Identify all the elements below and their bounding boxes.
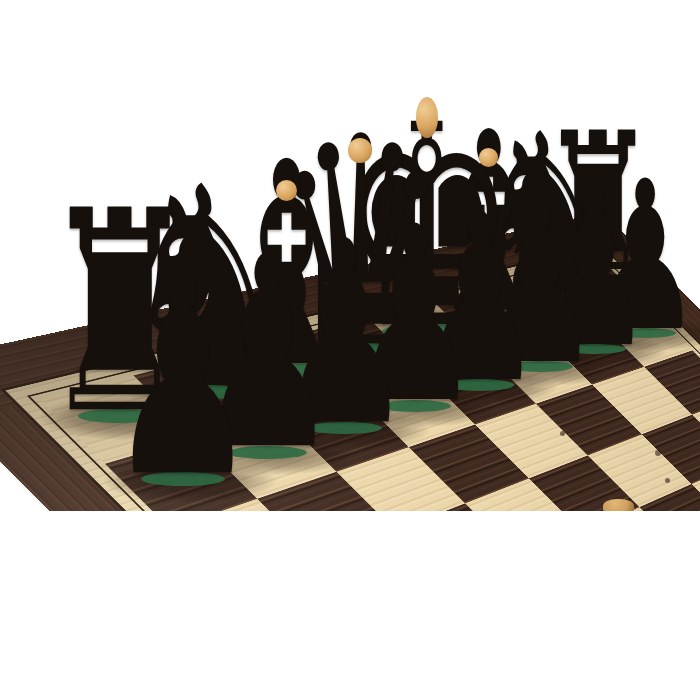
wood-knot xyxy=(655,450,661,456)
wood-knot xyxy=(665,478,670,483)
piece-glyph: ♟ xyxy=(100,238,266,515)
photo-bottom-crop xyxy=(0,511,700,700)
piece-black-pawn-a7: ♟ xyxy=(44,238,321,515)
photo-content-band: ♜♞♝♛♚♝♞♜♟♟♟♟♟♟♟♟ xyxy=(0,0,700,700)
wood-knot xyxy=(560,431,565,436)
chess-product-photo: ♜♞♝♛♚♝♞♜♟♟♟♟♟♟♟♟ xyxy=(0,0,700,700)
